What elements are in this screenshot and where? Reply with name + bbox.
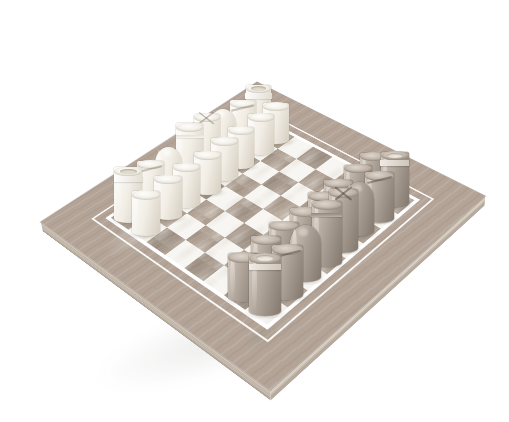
square-d6 [263,221,302,248]
square-c5 [224,223,263,250]
square-f7 [321,205,360,231]
square-a6 [204,266,245,296]
square-b7 [245,263,286,293]
square-b8 [266,277,308,308]
square-d8 [305,246,345,275]
square-a7 [224,279,266,310]
square-b6 [224,250,264,279]
square-c4 [205,211,243,237]
board-grid [111,118,415,325]
square-a3 [146,227,185,254]
square-e8 [324,231,364,259]
square-c7 [265,248,305,277]
square-d7 [284,233,324,261]
chess-board [41,82,486,390]
square-c6 [244,235,284,263]
scene-perspective [0,0,509,422]
square-a2 [128,216,166,242]
square-a4 [165,240,205,268]
product-photo-stage [0,0,509,422]
square-e7 [303,219,342,246]
square-d5 [244,209,283,235]
square-c8 [286,261,327,291]
board-frame [41,82,486,390]
square-f8 [342,216,381,243]
scene-tilt [0,0,509,422]
square-b4 [185,225,224,252]
square-a8 [245,293,287,325]
square-b3 [167,213,205,239]
square-b5 [204,237,244,265]
square-e6 [282,207,321,233]
square-g8 [359,202,398,228]
square-a5 [184,252,224,281]
